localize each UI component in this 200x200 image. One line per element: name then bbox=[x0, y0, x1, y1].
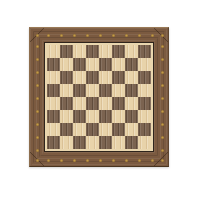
brass-inlay-dot-right-0 bbox=[161, 45, 164, 48]
square-c3 bbox=[73, 110, 86, 123]
square-g6 bbox=[125, 71, 138, 84]
chess-board bbox=[29, 27, 169, 167]
brass-inlay-dot-top-5 bbox=[112, 34, 115, 37]
square-g5 bbox=[125, 84, 138, 97]
brass-inlay-dot-bottom-1 bbox=[60, 159, 63, 162]
square-h8 bbox=[138, 45, 151, 58]
square-e1 bbox=[99, 136, 112, 149]
brass-inlay-dot-bottom-7 bbox=[138, 159, 141, 162]
brass-inlay-dot-bottom-6 bbox=[125, 159, 128, 162]
square-d7 bbox=[86, 58, 99, 71]
brass-inlay-dot-bottom-8 bbox=[151, 159, 154, 162]
square-b4 bbox=[60, 97, 73, 110]
brass-inlay-dot-right-7 bbox=[161, 136, 164, 139]
brass-inlay-dot-right-1 bbox=[161, 58, 164, 61]
square-b8 bbox=[60, 45, 73, 58]
square-c4 bbox=[73, 97, 86, 110]
brass-inlay-dot-left-0 bbox=[36, 45, 39, 48]
square-c6 bbox=[73, 71, 86, 84]
square-d1 bbox=[86, 136, 99, 149]
brass-inlay-dot-left-3 bbox=[36, 84, 39, 87]
brass-inlay-dot-top-4 bbox=[99, 34, 102, 37]
brass-inlay-dot-left-5 bbox=[36, 110, 39, 113]
brass-inlay-dot-left-1 bbox=[36, 58, 39, 61]
square-d2 bbox=[86, 123, 99, 136]
square-c8 bbox=[73, 45, 86, 58]
square-e3 bbox=[99, 110, 112, 123]
square-a8 bbox=[47, 45, 60, 58]
square-f8 bbox=[112, 45, 125, 58]
brass-inlay-dot-bottom-0 bbox=[47, 159, 50, 162]
square-h2 bbox=[138, 123, 151, 136]
brass-inlay-dot-left-7 bbox=[36, 136, 39, 139]
square-e5 bbox=[99, 84, 112, 97]
square-a2 bbox=[47, 123, 60, 136]
square-h7 bbox=[138, 58, 151, 71]
square-h5 bbox=[138, 84, 151, 97]
square-c1 bbox=[73, 136, 86, 149]
square-c7 bbox=[73, 58, 86, 71]
square-b2 bbox=[60, 123, 73, 136]
brass-inlay-dot-bottom-4 bbox=[99, 159, 102, 162]
square-g7 bbox=[125, 58, 138, 71]
square-f1 bbox=[112, 136, 125, 149]
brass-inlay-dot-corner-tr bbox=[161, 34, 164, 37]
square-g2 bbox=[125, 123, 138, 136]
square-f7 bbox=[112, 58, 125, 71]
square-e2 bbox=[99, 123, 112, 136]
square-f6 bbox=[112, 71, 125, 84]
square-h1 bbox=[138, 136, 151, 149]
brass-inlay-dot-left-2 bbox=[36, 71, 39, 74]
square-g8 bbox=[125, 45, 138, 58]
square-d8 bbox=[86, 45, 99, 58]
square-b3 bbox=[60, 110, 73, 123]
brass-inlay-dot-bottom-2 bbox=[73, 159, 76, 162]
square-d6 bbox=[86, 71, 99, 84]
square-h6 bbox=[138, 71, 151, 84]
brass-inlay-dot-bottom-5 bbox=[112, 159, 115, 162]
square-b7 bbox=[60, 58, 73, 71]
square-a6 bbox=[47, 71, 60, 84]
square-d4 bbox=[86, 97, 99, 110]
brass-inlay-dot-right-8 bbox=[161, 149, 164, 152]
brass-inlay-dot-left-8 bbox=[36, 149, 39, 152]
brass-inlay-dot-corner-tl bbox=[36, 34, 39, 37]
brass-inlay-dot-top-6 bbox=[125, 34, 128, 37]
square-f2 bbox=[112, 123, 125, 136]
square-a1 bbox=[47, 136, 60, 149]
square-a7 bbox=[47, 58, 60, 71]
square-b1 bbox=[60, 136, 73, 149]
square-a4 bbox=[47, 97, 60, 110]
brass-inlay-dot-corner-br bbox=[161, 159, 164, 162]
square-e7 bbox=[99, 58, 112, 71]
square-f3 bbox=[112, 110, 125, 123]
square-g3 bbox=[125, 110, 138, 123]
brass-inlay-dot-right-6 bbox=[161, 123, 164, 126]
square-g1 bbox=[125, 136, 138, 149]
brass-inlay-dot-right-5 bbox=[161, 110, 164, 113]
brass-inlay-dot-corner-bl bbox=[36, 159, 39, 162]
square-a3 bbox=[47, 110, 60, 123]
square-d5 bbox=[86, 84, 99, 97]
brass-inlay-dot-right-2 bbox=[161, 71, 164, 74]
brass-inlay-dot-top-7 bbox=[138, 34, 141, 37]
brass-inlay-dot-right-3 bbox=[161, 84, 164, 87]
square-e6 bbox=[99, 71, 112, 84]
brass-inlay-dot-top-2 bbox=[73, 34, 76, 37]
brass-inlay-dot-bottom-3 bbox=[86, 159, 89, 162]
square-d3 bbox=[86, 110, 99, 123]
square-b6 bbox=[60, 71, 73, 84]
brass-inlay-dot-left-4 bbox=[36, 97, 39, 100]
square-g4 bbox=[125, 97, 138, 110]
square-f5 bbox=[112, 84, 125, 97]
square-e8 bbox=[99, 45, 112, 58]
brass-inlay-dot-left-6 bbox=[36, 123, 39, 126]
square-f4 bbox=[112, 97, 125, 110]
brass-inlay-dot-top-0 bbox=[47, 34, 50, 37]
square-e4 bbox=[99, 97, 112, 110]
brass-inlay-dot-top-8 bbox=[151, 34, 154, 37]
square-b5 bbox=[60, 84, 73, 97]
brass-inlay-dot-top-1 bbox=[60, 34, 63, 37]
board-inner-border bbox=[44, 42, 154, 152]
square-c5 bbox=[73, 84, 86, 97]
square-h4 bbox=[138, 97, 151, 110]
squares-grid bbox=[47, 45, 151, 149]
brass-inlay-dot-top-3 bbox=[86, 34, 89, 37]
brass-inlay-dot-right-4 bbox=[161, 97, 164, 100]
square-a5 bbox=[47, 84, 60, 97]
square-c2 bbox=[73, 123, 86, 136]
square-h3 bbox=[138, 110, 151, 123]
